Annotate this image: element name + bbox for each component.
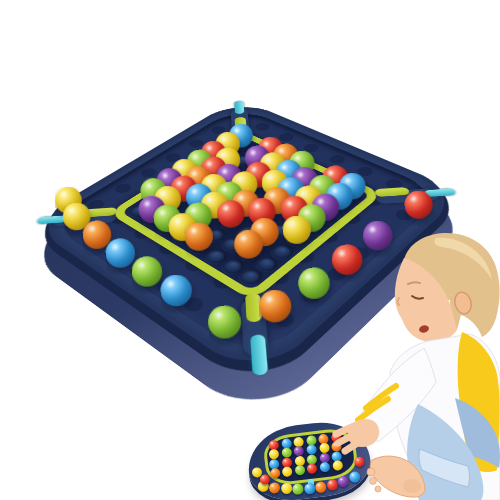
ball-red [307, 463, 318, 474]
ball-orange [183, 222, 213, 252]
child-ear [452, 290, 473, 315]
ball-yellow [280, 482, 292, 494]
child-eye [412, 296, 423, 299]
child-jeans-cuff [419, 449, 470, 487]
child-jeans-back-leg [455, 398, 500, 468]
product-photo [0, 0, 500, 500]
child-foot [370, 456, 425, 497]
board-face [27, 98, 464, 382]
child-eyebrow [408, 282, 420, 284]
ball-green [294, 465, 305, 476]
ball-blue [303, 482, 315, 494]
ball-yellow [282, 466, 293, 477]
ball-red [326, 478, 338, 490]
child-heel-shade [403, 479, 421, 493]
main-board [27, 98, 464, 382]
child-toe [375, 486, 381, 492]
child-vest [458, 332, 500, 472]
child-shirt [390, 334, 500, 500]
mini-board [244, 417, 374, 500]
ball-orange [269, 468, 280, 479]
child-sleeve-stripe [366, 386, 396, 408]
child-mouth [418, 324, 429, 333]
ball-blue [319, 462, 330, 473]
child-jeans-front-leg [407, 404, 483, 500]
child-sleeve [357, 348, 436, 442]
teal-accent-top [234, 101, 244, 114]
child-nose [398, 298, 400, 305]
ball-yellow [332, 460, 343, 471]
ball-red [216, 199, 245, 228]
ball-blue [348, 470, 360, 482]
